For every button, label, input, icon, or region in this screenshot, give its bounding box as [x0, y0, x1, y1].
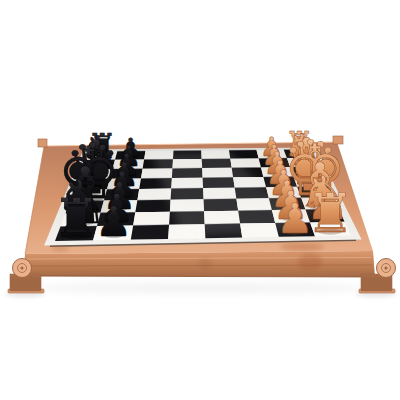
- left-foot-volute-eye: [20, 266, 23, 269]
- chess-board: ♜♟♟♜♞♟♟♞♝♟♟♝♛♟♟♛♚♟♟♚♝♟♟♝♞♟♟♞♜♟♟♜: [0, 0, 400, 400]
- square-h6: [131, 225, 169, 240]
- chess-set-photo: ♜♟♟♜♞♟♟♞♝♟♟♝♛♟♟♛♚♟♟♚♝♟♟♝♞♟♟♞♜♟♟♜: [0, 0, 400, 400]
- rook-glyph: ♜: [52, 187, 100, 250]
- square-g6: [133, 212, 170, 226]
- right-foot-volute-eye: [384, 266, 387, 269]
- piece-black-rook-h8: ♜: [52, 187, 100, 250]
- face-reflection-center: [198, 258, 212, 270]
- back-left-hinge: [38, 139, 47, 147]
- piece-white-pawn-h2: ♟: [276, 194, 313, 243]
- face-reflection-right: [298, 254, 322, 270]
- pawn-glyph: ♟: [276, 194, 313, 243]
- floor-shadow: [25, 283, 375, 293]
- square-f6: [135, 200, 170, 213]
